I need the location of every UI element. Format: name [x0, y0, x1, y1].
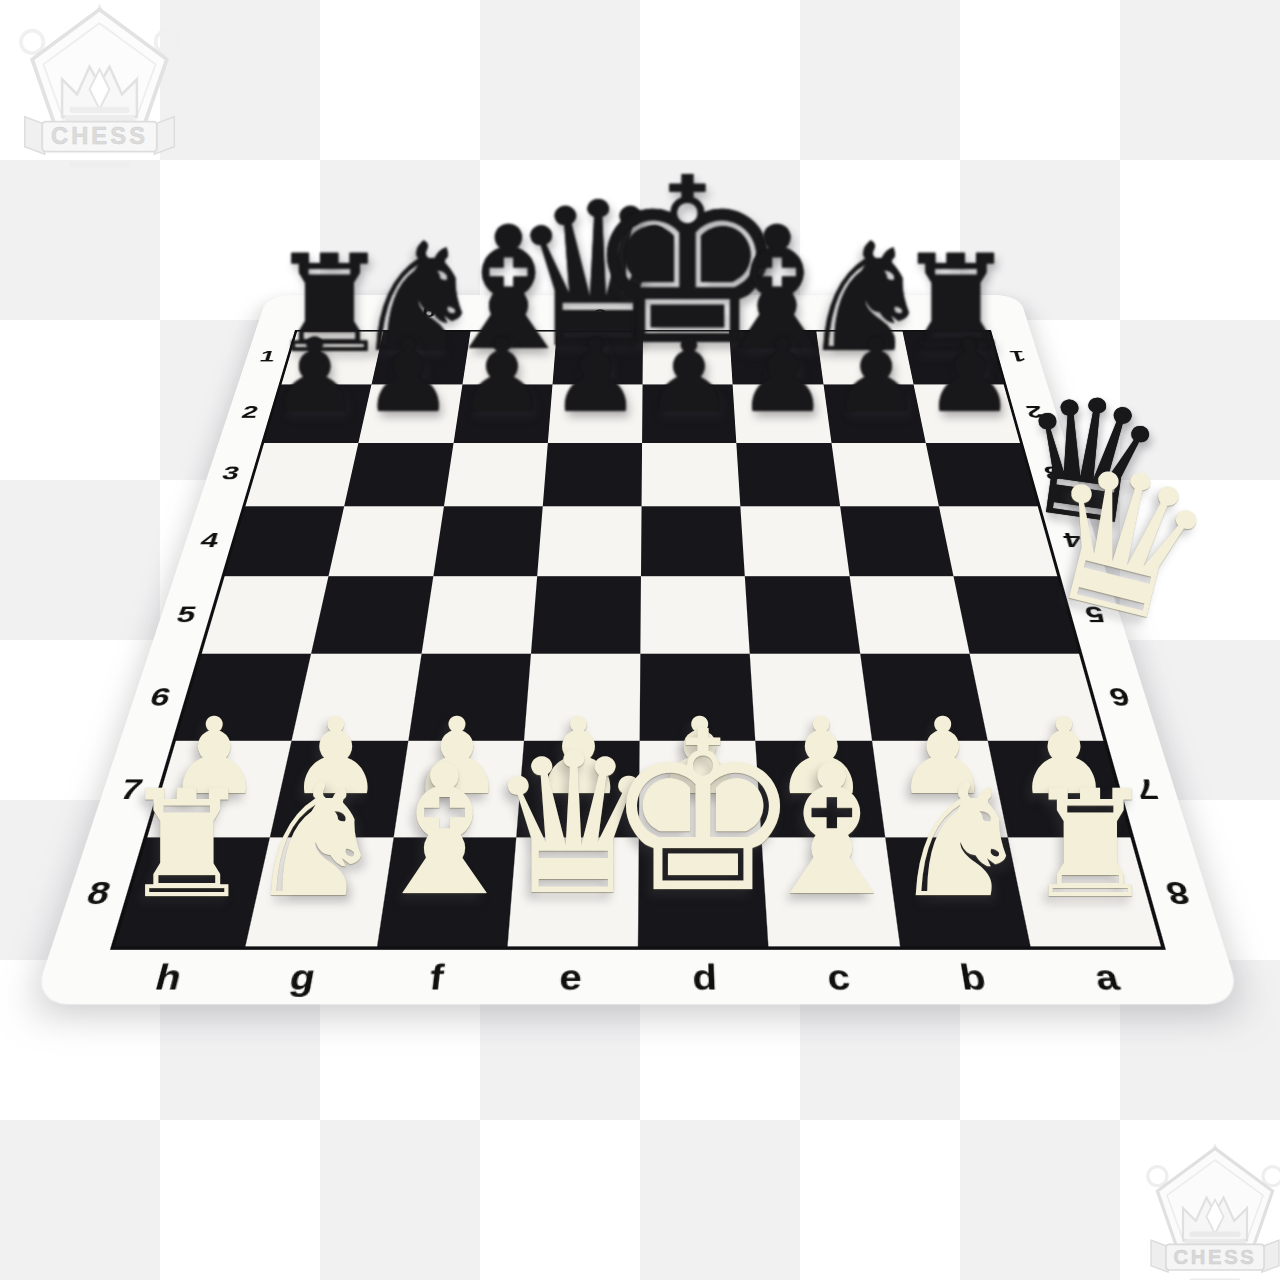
square-h5	[202, 576, 329, 654]
file-label-bottom-g: g	[231, 957, 373, 998]
file-label-top-d: d	[643, 306, 729, 322]
square-c2	[733, 385, 831, 443]
square-c6	[750, 654, 871, 740]
file-label-bottom-a: a	[1035, 957, 1179, 998]
square-f8	[376, 837, 516, 946]
file-labels-top: hgfedcba	[297, 306, 988, 322]
square-b3	[831, 443, 939, 507]
file-label-top-h: h	[297, 306, 387, 322]
file-label-bottom-d: d	[638, 957, 773, 998]
square-d5	[640, 576, 750, 654]
square-a6	[969, 654, 1103, 740]
square-e1	[552, 332, 643, 385]
file-label-bottom-e: e	[502, 957, 638, 998]
chess-logo-watermark-bottom-right: CHESS	[1140, 1142, 1280, 1280]
file-label-top-a: a	[899, 306, 989, 322]
square-g3	[344, 443, 453, 507]
square-d2	[642, 385, 736, 443]
square-c8	[762, 837, 900, 946]
square-h3	[245, 443, 358, 507]
chessboard-scene: CHESS CHESS hgfedcba hgfedcba 12345678	[0, 0, 1280, 1280]
square-g8	[246, 837, 393, 946]
square-h2	[264, 385, 371, 443]
logo-subtext-bar	[70, 162, 130, 168]
square-a4	[939, 506, 1058, 576]
square-b7	[871, 740, 1007, 837]
chess-crest-icon: CHESS	[12, 2, 187, 189]
square-d8	[638, 837, 769, 946]
square-d3	[642, 443, 741, 507]
square-a1	[902, 332, 1003, 385]
file-label-top-g: g	[384, 306, 473, 322]
square-e2	[548, 385, 643, 443]
logo-text: CHESS	[51, 123, 148, 149]
square-c1	[729, 332, 823, 385]
file-label-top-e: e	[557, 306, 644, 322]
chess-logo-watermark-top-left: CHESS	[12, 2, 187, 189]
square-a5	[953, 576, 1079, 654]
file-label-top-c: c	[728, 306, 815, 322]
square-b2	[823, 385, 925, 443]
square-f5	[421, 576, 537, 654]
square-f3	[443, 443, 547, 507]
chess-mat: hgfedcba hgfedcba 12345678 12345678	[33, 295, 1243, 1004]
square-g7	[270, 740, 408, 837]
square-d7	[639, 740, 762, 837]
square-d6	[640, 654, 756, 740]
square-e4	[537, 506, 642, 576]
square-f6	[408, 654, 531, 740]
square-f2	[453, 385, 552, 443]
square-g1	[372, 332, 470, 385]
chess-board-grid	[110, 330, 1166, 950]
square-d1	[643, 332, 733, 385]
square-c3	[737, 443, 840, 507]
square-d4	[641, 506, 745, 576]
square-e5	[531, 576, 641, 654]
square-b4	[840, 506, 954, 576]
square-g5	[311, 576, 432, 654]
square-g2	[359, 385, 462, 443]
file-label-top-f: f	[470, 306, 558, 322]
chess-crest-icon: CHESS	[1140, 1142, 1280, 1280]
file-label-bottom-c: c	[770, 957, 908, 998]
square-a3	[925, 443, 1037, 507]
square-h8	[115, 837, 270, 946]
square-a8	[1007, 837, 1160, 946]
square-e6	[524, 654, 641, 740]
square-h1	[281, 332, 383, 385]
square-e8	[507, 837, 639, 946]
square-b6	[860, 654, 988, 740]
square-h7	[147, 740, 292, 837]
square-h4	[225, 506, 345, 576]
square-g6	[292, 654, 421, 740]
square-b1	[816, 332, 913, 385]
square-c5	[745, 576, 860, 654]
square-a7	[987, 740, 1130, 837]
square-f7	[393, 740, 524, 837]
file-label-bottom-f: f	[367, 957, 506, 998]
square-f4	[433, 506, 543, 576]
file-label-bottom-h: h	[96, 957, 241, 998]
square-e3	[543, 443, 643, 507]
square-g4	[329, 506, 444, 576]
file-label-bottom-b: b	[903, 957, 1044, 998]
square-b8	[885, 837, 1031, 946]
logo-text: CHESS	[1173, 1246, 1256, 1268]
file-label-top-b: b	[814, 306, 903, 322]
square-e7	[516, 740, 640, 837]
square-f1	[462, 332, 557, 385]
square-h6	[176, 654, 311, 740]
square-c7	[756, 740, 885, 837]
square-b5	[849, 576, 969, 654]
file-labels-bottom: hgfedcba	[96, 957, 1180, 998]
square-c4	[741, 506, 850, 576]
square-a2	[913, 385, 1020, 443]
